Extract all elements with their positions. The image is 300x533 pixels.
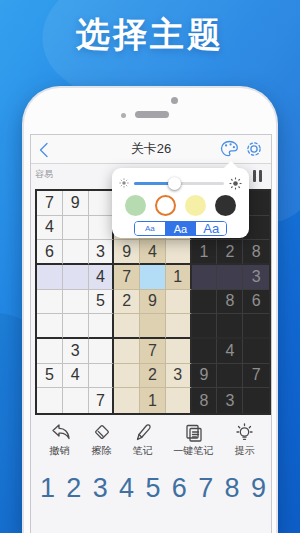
cell-r4c4[interactable]: 7 xyxy=(114,265,140,290)
cell-r7c3[interactable] xyxy=(89,339,115,364)
cell-r8c5[interactable]: 2 xyxy=(140,364,166,389)
cell-r6c3[interactable] xyxy=(89,314,115,339)
undo-button[interactable]: 撤销 xyxy=(48,423,71,458)
numkey-2[interactable]: 2 xyxy=(66,471,81,505)
page-title: 选择主题 xyxy=(0,12,300,58)
dim-sun-icon xyxy=(119,178,129,188)
cell-r4c5[interactable] xyxy=(140,265,166,290)
cell-r6c1[interactable] xyxy=(37,314,63,339)
screenshot-canvas: 选择主题 关卡26 容易 xyxy=(0,0,300,533)
cell-r3c9[interactable]: 8 xyxy=(243,240,269,265)
phone-speaker xyxy=(135,111,169,118)
auto-notes-icon xyxy=(183,423,204,442)
cell-r3c3[interactable]: 3 xyxy=(89,240,115,265)
cell-r6c6[interactable] xyxy=(166,314,192,339)
white-theme-swatch[interactable] xyxy=(155,195,176,216)
cell-r7c5[interactable]: 7 xyxy=(140,339,166,364)
cell-r2c1[interactable]: 4 xyxy=(37,216,63,241)
phone-frame: 关卡26 容易 79463941284713529863745423977183 xyxy=(22,86,278,533)
brightness-row xyxy=(119,176,242,190)
cell-r4c1[interactable] xyxy=(37,265,63,290)
hint-button[interactable]: 提示 xyxy=(234,423,255,458)
cell-r3c4[interactable]: 9 xyxy=(114,240,140,265)
theme-swatches xyxy=(119,190,242,220)
settings-gear-icon[interactable] xyxy=(245,140,263,158)
phone-front-camera xyxy=(121,113,126,118)
cell-r5c8[interactable]: 8 xyxy=(217,290,243,315)
app-screen: 关卡26 容易 79463941284713529863745423977183 xyxy=(30,134,272,533)
theme-popup: Aa Aa Aa xyxy=(112,168,249,238)
cell-r5c2[interactable] xyxy=(63,290,89,315)
cell-r9c2[interactable] xyxy=(63,388,89,413)
cell-r5c9[interactable]: 6 xyxy=(243,290,269,315)
pencil-icon xyxy=(133,423,153,442)
cell-r3c7[interactable]: 1 xyxy=(192,240,218,265)
numkey-4[interactable]: 4 xyxy=(119,471,134,505)
cell-r8c3[interactable] xyxy=(89,364,115,389)
cell-r9c3[interactable]: 7 xyxy=(89,388,115,413)
cell-r9c9[interactable] xyxy=(243,388,269,413)
cell-r8c4[interactable] xyxy=(114,364,140,389)
cell-r3c8[interactable]: 2 xyxy=(217,240,243,265)
green-theme-swatch[interactable] xyxy=(125,195,146,216)
lightbulb-icon xyxy=(234,423,255,442)
cell-r8c9[interactable]: 7 xyxy=(243,364,269,389)
cell-r4c3[interactable]: 4 xyxy=(89,265,115,290)
cell-r9c6[interactable] xyxy=(166,388,192,413)
cell-r6c5[interactable] xyxy=(140,314,166,339)
cell-r5c6[interactable] xyxy=(166,290,192,315)
cell-r2c3[interactable] xyxy=(89,216,115,241)
cell-r8c1[interactable]: 5 xyxy=(37,364,63,389)
auto-notes-button[interactable]: 一键笔记 xyxy=(173,423,213,458)
cell-r7c8[interactable]: 4 xyxy=(217,339,243,364)
cell-r6c9[interactable] xyxy=(243,314,269,339)
action-toolbar: 撤销 擦除 笔记 xyxy=(35,423,271,458)
erase-button[interactable]: 擦除 xyxy=(92,423,112,458)
brightness-slider[interactable] xyxy=(134,182,224,185)
cell-r7c7[interactable] xyxy=(192,339,218,364)
numkey-8[interactable]: 8 xyxy=(225,471,240,505)
bright-sun-icon xyxy=(229,177,242,190)
cell-r5c3[interactable]: 5 xyxy=(89,290,115,315)
brightness-knob[interactable] xyxy=(168,177,181,190)
cell-r3c5[interactable]: 4 xyxy=(140,240,166,265)
dark-theme-swatch[interactable] xyxy=(215,195,236,216)
cell-r7c2[interactable]: 3 xyxy=(63,339,89,364)
eraser-icon xyxy=(92,423,112,442)
numkey-7[interactable]: 7 xyxy=(198,471,213,505)
number-pad: 1 2 3 4 5 6 7 8 9 xyxy=(35,471,271,505)
notes-button[interactable]: 笔记 xyxy=(133,423,153,458)
font-size-large[interactable]: Aa xyxy=(195,222,226,235)
font-size-small[interactable]: Aa xyxy=(135,222,165,235)
cell-r2c2[interactable] xyxy=(63,216,89,241)
cell-r3c1[interactable]: 6 xyxy=(37,240,63,265)
cell-r9c7[interactable]: 8 xyxy=(192,388,218,413)
cell-r1c1[interactable]: 7 xyxy=(37,191,63,216)
phone-camera-dot xyxy=(171,97,178,104)
numkey-1[interactable]: 1 xyxy=(40,471,55,505)
cell-r6c4[interactable] xyxy=(114,314,140,339)
cell-r8c2[interactable]: 4 xyxy=(63,364,89,389)
cell-r5c7[interactable] xyxy=(192,290,218,315)
cell-r5c5[interactable]: 9 xyxy=(140,290,166,315)
cell-r4c6[interactable]: 1 xyxy=(166,265,192,290)
cell-r8c8[interactable] xyxy=(217,364,243,389)
font-size-medium[interactable]: Aa xyxy=(165,222,196,235)
cell-r3c2[interactable] xyxy=(63,240,89,265)
cell-r3c6[interactable] xyxy=(166,240,192,265)
cell-r4c9[interactable]: 3 xyxy=(243,265,269,290)
cell-r9c1[interactable] xyxy=(37,388,63,413)
cell-r9c5[interactable]: 1 xyxy=(140,388,166,413)
cell-r6c7[interactable] xyxy=(192,314,218,339)
palette-icon[interactable] xyxy=(220,140,239,158)
app-header: 关卡26 xyxy=(31,135,271,164)
cell-r9c4[interactable] xyxy=(114,388,140,413)
cell-r7c9[interactable] xyxy=(243,339,269,364)
cell-r9c8[interactable]: 3 xyxy=(217,388,243,413)
undo-icon xyxy=(48,423,71,442)
difficulty-label: 容易 xyxy=(35,168,53,181)
cell-r1c3[interactable] xyxy=(89,191,115,216)
cell-r5c4[interactable]: 2 xyxy=(114,290,140,315)
cell-r6c2[interactable] xyxy=(63,314,89,339)
back-chevron-icon[interactable] xyxy=(38,142,50,158)
numkey-3[interactable]: 3 xyxy=(93,471,108,505)
cell-r4c8[interactable] xyxy=(217,265,243,290)
cell-r5c1[interactable] xyxy=(37,290,63,315)
numkey-5[interactable]: 5 xyxy=(145,471,160,505)
cell-r7c6[interactable] xyxy=(166,339,192,364)
cell-r7c1[interactable] xyxy=(37,339,63,364)
cell-r8c6[interactable]: 3 xyxy=(166,364,192,389)
font-size-segmented-control: Aa Aa Aa xyxy=(134,221,227,236)
yellow-theme-swatch[interactable] xyxy=(185,195,206,216)
cell-r4c2[interactable] xyxy=(63,265,89,290)
cell-r6c8[interactable] xyxy=(217,314,243,339)
cell-r8c7[interactable]: 9 xyxy=(192,364,218,389)
numkey-9[interactable]: 9 xyxy=(251,471,266,505)
pause-button[interactable] xyxy=(251,168,264,184)
cell-r1c2[interactable]: 9 xyxy=(63,191,89,216)
cell-r4c7[interactable] xyxy=(192,265,218,290)
numkey-6[interactable]: 6 xyxy=(172,471,187,505)
cell-r7c4[interactable] xyxy=(114,339,140,364)
